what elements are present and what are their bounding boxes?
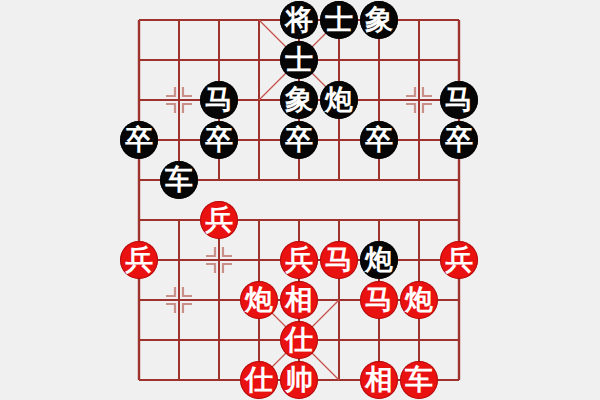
piece-red-cannon-f7r7[interactable]: 炮 — [400, 281, 438, 319]
piece-black-advisor-f4r1[interactable]: 士 — [280, 41, 318, 79]
piece-red-horse-f6r7[interactable]: 马 — [360, 281, 398, 319]
piece-black-horse-f8r2[interactable]: 马 — [440, 81, 478, 119]
piece-black-cannon-f6r6[interactable]: 炮 — [360, 241, 398, 279]
piece-black-chariot-f1r4[interactable]: 车 — [160, 161, 198, 199]
piece-black-cannon-f5r2[interactable]: 炮 — [320, 81, 358, 119]
piece-black-soldier-f4r3[interactable]: 卒 — [280, 121, 318, 159]
pieces-layer: 将士象士马象炮马卒卒卒卒卒车兵兵兵马炮兵炮相马炮仕仕帅相车 — [119, 0, 479, 400]
piece-black-advisor-f5r0[interactable]: 士 — [320, 1, 358, 39]
piece-black-elephant-f6r0[interactable]: 象 — [360, 1, 398, 39]
piece-black-soldier-f0r3[interactable]: 卒 — [120, 121, 158, 159]
piece-black-soldier-f6r3[interactable]: 卒 — [360, 121, 398, 159]
piece-red-soldier-f2r5[interactable]: 兵 — [200, 201, 238, 239]
piece-red-chariot-f7r9[interactable]: 车 — [400, 361, 438, 399]
piece-red-horse-f5r6[interactable]: 马 — [320, 241, 358, 279]
piece-red-cannon-f3r7[interactable]: 炮 — [240, 281, 278, 319]
piece-red-elephant-f4r7[interactable]: 相 — [280, 281, 318, 319]
piece-black-elephant-f4r2[interactable]: 象 — [280, 81, 318, 119]
piece-red-soldier-f4r6[interactable]: 兵 — [280, 241, 318, 279]
piece-black-horse-f2r2[interactable]: 马 — [200, 81, 238, 119]
piece-red-advisor-f3r9[interactable]: 仕 — [240, 361, 278, 399]
piece-red-general-f4r9[interactable]: 帅 — [280, 361, 318, 399]
piece-red-elephant-f6r9[interactable]: 相 — [360, 361, 398, 399]
piece-red-soldier-f0r6[interactable]: 兵 — [120, 241, 158, 279]
piece-black-soldier-f8r3[interactable]: 卒 — [440, 121, 478, 159]
xiangqi-board-screen: 将士象士马象炮马卒卒卒卒卒车兵兵兵马炮兵炮相马炮仕仕帅相车 — [0, 0, 600, 400]
piece-black-soldier-f2r3[interactable]: 卒 — [200, 121, 238, 159]
piece-black-general-f4r0[interactable]: 将 — [280, 1, 318, 39]
piece-red-advisor-f4r8[interactable]: 仕 — [280, 321, 318, 359]
piece-red-soldier-f8r6[interactable]: 兵 — [440, 241, 478, 279]
